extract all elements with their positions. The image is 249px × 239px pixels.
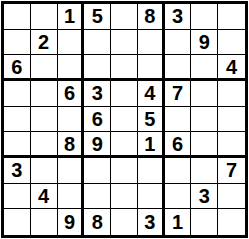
cell-r5c9[interactable] [218,107,245,133]
cell-r2c6[interactable] [138,30,165,56]
cell-r3c8[interactable] [191,55,218,81]
cell-r4c7[interactable]: 7 [165,81,192,107]
cell-r3c9[interactable]: 4 [218,55,245,81]
cell-r4c1[interactable] [4,81,31,107]
cell-r7c5[interactable] [111,158,138,184]
cell-r1c9[interactable] [218,4,245,30]
cell-r1c7[interactable]: 3 [165,4,192,30]
cell-r6c6[interactable]: 1 [138,132,165,158]
cell-r8c8[interactable]: 3 [191,184,218,210]
cell-r9c7[interactable]: 1 [165,209,192,235]
cell-r5c5[interactable] [111,107,138,133]
cell-r9c6[interactable]: 3 [138,209,165,235]
cell-r8c9[interactable] [218,184,245,210]
cell-r8c4[interactable] [84,184,111,210]
cell-r1c8[interactable] [191,4,218,30]
cell-r6c8[interactable] [191,132,218,158]
cell-r5c8[interactable] [191,107,218,133]
cell-r9c8[interactable] [191,209,218,235]
cell-r7c2[interactable] [31,158,58,184]
cell-r5c6[interactable]: 5 [138,107,165,133]
cell-r6c3[interactable]: 8 [58,132,85,158]
cell-r4c4[interactable]: 3 [84,81,111,107]
cell-r2c9[interactable] [218,30,245,56]
cell-r5c7[interactable] [165,107,192,133]
cell-r9c5[interactable] [111,209,138,235]
cell-r4c3[interactable]: 6 [58,81,85,107]
cell-r7c9[interactable]: 7 [218,158,245,184]
cell-r6c1[interactable] [4,132,31,158]
cell-r7c3[interactable] [58,158,85,184]
cell-r8c1[interactable] [4,184,31,210]
cell-r8c2[interactable]: 4 [31,184,58,210]
cell-r3c2[interactable] [31,55,58,81]
cell-r5c2[interactable] [31,107,58,133]
cell-r3c1[interactable]: 6 [4,55,31,81]
cell-r4c8[interactable] [191,81,218,107]
cell-r4c2[interactable] [31,81,58,107]
cell-r8c5[interactable] [111,184,138,210]
cell-r3c7[interactable] [165,55,192,81]
cell-r1c4[interactable]: 5 [84,4,111,30]
cell-r7c1[interactable]: 3 [4,158,31,184]
cell-r5c4[interactable]: 6 [84,107,111,133]
cell-r2c5[interactable] [111,30,138,56]
cell-r8c6[interactable] [138,184,165,210]
cell-r7c8[interactable] [191,158,218,184]
cell-r6c4[interactable]: 9 [84,132,111,158]
cell-r6c9[interactable] [218,132,245,158]
cell-r8c7[interactable] [165,184,192,210]
cell-r6c7[interactable]: 6 [165,132,192,158]
cell-r3c3[interactable] [58,55,85,81]
cell-r4c6[interactable]: 4 [138,81,165,107]
cell-r2c4[interactable] [84,30,111,56]
cell-r5c3[interactable] [58,107,85,133]
cell-r6c2[interactable] [31,132,58,158]
cell-r3c5[interactable] [111,55,138,81]
cell-r7c4[interactable] [84,158,111,184]
cell-r9c2[interactable] [31,209,58,235]
cell-r3c6[interactable] [138,55,165,81]
cell-r2c2[interactable]: 2 [31,30,58,56]
cell-r9c9[interactable] [218,209,245,235]
cell-r2c3[interactable] [58,30,85,56]
cell-r1c6[interactable]: 8 [138,4,165,30]
cell-r6c5[interactable] [111,132,138,158]
cell-r2c8[interactable]: 9 [191,30,218,56]
cell-r2c7[interactable] [165,30,192,56]
cell-r9c3[interactable]: 9 [58,209,85,235]
cell-r7c7[interactable] [165,158,192,184]
cell-r7c6[interactable] [138,158,165,184]
cell-r5c1[interactable] [4,107,31,133]
cell-r8c3[interactable] [58,184,85,210]
cell-r9c1[interactable] [4,209,31,235]
cell-r1c2[interactable] [31,4,58,30]
cell-r1c3[interactable]: 1 [58,4,85,30]
cell-r9c4[interactable]: 8 [84,209,111,235]
cell-r4c9[interactable] [218,81,245,107]
cell-r1c1[interactable] [4,4,31,30]
cell-r3c4[interactable] [84,55,111,81]
cell-r2c1[interactable] [4,30,31,56]
cell-r1c5[interactable] [111,4,138,30]
sudoku-board: 15832964634765891637439831 [1,1,248,238]
cell-r4c5[interactable] [111,81,138,107]
